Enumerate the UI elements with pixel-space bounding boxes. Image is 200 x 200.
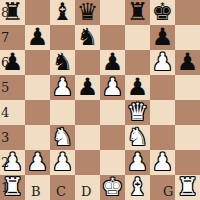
square-f4[interactable]: ♛ [125, 100, 150, 125]
black-king-g8[interactable]: ♚ [152, 0, 174, 25]
rank-label-1: 1 [1, 181, 9, 194]
square-h2[interactable] [175, 150, 200, 175]
square-b6[interactable] [25, 50, 50, 75]
black-pawn-d5[interactable]: ♟ [77, 75, 99, 100]
rank-label-8: 8 [1, 6, 9, 19]
file-label-g: G [163, 185, 173, 198]
rank-label-5: 5 [1, 81, 9, 94]
white-queen-f4[interactable]: ♛ [127, 100, 149, 125]
square-c4[interactable] [50, 100, 75, 125]
square-h1[interactable]: ♜ [175, 175, 200, 200]
square-f7[interactable] [125, 25, 150, 50]
square-b4[interactable] [25, 100, 50, 125]
square-e7[interactable] [100, 25, 125, 50]
white-rook-h1[interactable]: ♜ [177, 175, 199, 200]
square-f2[interactable]: ♟ [125, 150, 150, 175]
chess-board-screenshot: ♜♝♛♜♚♟♞♟♟♞♟♟♟♟♟♟♟♛♞♞♟♟♟♟♟♜♚♝♜ 87654321BC… [0, 0, 200, 200]
square-d6[interactable] [75, 50, 100, 75]
square-e6[interactable]: ♟ [100, 50, 125, 75]
white-pawn-g6[interactable]: ♟ [152, 50, 174, 75]
square-h7[interactable] [175, 25, 200, 50]
white-pawn-g2[interactable]: ♟ [152, 150, 174, 175]
white-pawn-e5[interactable]: ♟ [102, 75, 124, 100]
square-c7[interactable] [50, 25, 75, 50]
rank-label-6: 6 [1, 56, 9, 69]
white-pawn-c2[interactable]: ♟ [52, 150, 74, 175]
square-c2[interactable]: ♟ [50, 150, 75, 175]
file-label-c: C [56, 185, 66, 198]
square-f1[interactable]: ♝ [125, 175, 150, 200]
square-c3[interactable]: ♞ [50, 125, 75, 150]
white-pawn-f2[interactable]: ♟ [127, 150, 149, 175]
file-label-b: B [31, 185, 41, 198]
square-g4[interactable] [150, 100, 175, 125]
square-d4[interactable] [75, 100, 100, 125]
square-b2[interactable]: ♟ [25, 150, 50, 175]
square-h5[interactable] [175, 75, 200, 100]
square-f6[interactable] [125, 50, 150, 75]
square-g7[interactable]: ♟ [150, 25, 175, 50]
square-e2[interactable] [100, 150, 125, 175]
square-h6[interactable]: ♟ [175, 50, 200, 75]
file-label-d: D [81, 185, 91, 198]
square-e5[interactable]: ♟ [100, 75, 125, 100]
black-pawn-g7[interactable]: ♟ [152, 25, 174, 50]
square-g8[interactable]: ♚ [150, 0, 175, 25]
square-d7[interactable]: ♞ [75, 25, 100, 50]
black-knight-c6[interactable]: ♞ [52, 50, 74, 75]
square-g6[interactable]: ♟ [150, 50, 175, 75]
square-b5[interactable] [25, 75, 50, 100]
square-b7[interactable]: ♟ [25, 25, 50, 50]
square-d2[interactable] [75, 150, 100, 175]
black-pawn-f5[interactable]: ♟ [127, 75, 149, 100]
square-g3[interactable] [150, 125, 175, 150]
square-e1[interactable]: ♚ [100, 175, 125, 200]
square-f5[interactable]: ♟ [125, 75, 150, 100]
square-h3[interactable] [175, 125, 200, 150]
square-f3[interactable]: ♞ [125, 125, 150, 150]
black-queen-d8[interactable]: ♛ [77, 0, 99, 25]
white-knight-f3[interactable]: ♞ [127, 125, 149, 150]
white-bishop-f1[interactable]: ♝ [127, 175, 149, 200]
square-d3[interactable] [75, 125, 100, 150]
square-d8[interactable]: ♛ [75, 0, 100, 25]
white-knight-c3[interactable]: ♞ [52, 125, 74, 150]
rank-label-4: 4 [1, 106, 9, 119]
chess-board: ♜♝♛♜♚♟♞♟♟♞♟♟♟♟♟♟♟♛♞♞♟♟♟♟♟♜♚♝♜ [0, 0, 200, 200]
black-knight-d7[interactable]: ♞ [77, 25, 99, 50]
black-pawn-h6[interactable]: ♟ [177, 50, 199, 75]
white-king-e1[interactable]: ♚ [102, 175, 124, 200]
square-h4[interactable] [175, 100, 200, 125]
black-pawn-e6[interactable]: ♟ [102, 50, 124, 75]
square-e3[interactable] [100, 125, 125, 150]
square-c6[interactable]: ♞ [50, 50, 75, 75]
square-f8[interactable]: ♜ [125, 0, 150, 25]
square-e4[interactable] [100, 100, 125, 125]
square-c8[interactable]: ♝ [50, 0, 75, 25]
square-b8[interactable] [25, 0, 50, 25]
white-pawn-b2[interactable]: ♟ [27, 150, 49, 175]
square-d5[interactable]: ♟ [75, 75, 100, 100]
black-rook-f8[interactable]: ♜ [127, 0, 149, 25]
white-pawn-c5[interactable]: ♟ [52, 75, 74, 100]
black-bishop-c8[interactable]: ♝ [52, 0, 74, 25]
square-c5[interactable]: ♟ [50, 75, 75, 100]
square-b3[interactable] [25, 125, 50, 150]
square-h8[interactable] [175, 0, 200, 25]
square-g5[interactable] [150, 75, 175, 100]
square-g2[interactable]: ♟ [150, 150, 175, 175]
rank-label-2: 2 [1, 156, 9, 169]
black-pawn-b7[interactable]: ♟ [27, 25, 49, 50]
rank-label-3: 3 [1, 131, 9, 144]
rank-label-7: 7 [1, 31, 9, 44]
square-e8[interactable] [100, 0, 125, 25]
